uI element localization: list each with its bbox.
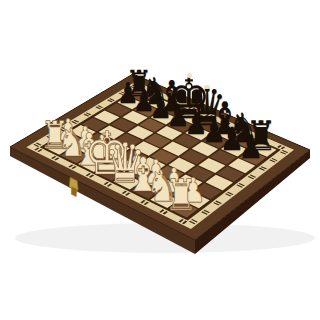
chess-board <box>0 0 320 320</box>
chess-set-photo: ♜♞♝♛♚♝♞♜♟♟♟♟♟♟♟♟♟♟♟♟♟♟♟♟♜♞♝♛♚♝♞♜ <box>0 0 320 320</box>
